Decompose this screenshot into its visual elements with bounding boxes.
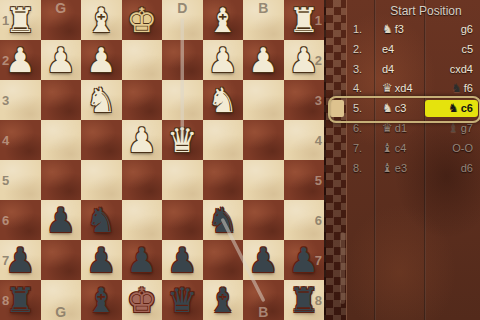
square-c1[interactable]: ♝ [203, 0, 244, 40]
square-b8[interactable]: B [243, 280, 284, 320]
move-number: 3. [346, 63, 374, 75]
square-c3[interactable]: ♞ [203, 80, 244, 120]
square-a6[interactable]: 6 [284, 200, 325, 240]
square-a7[interactable]: 7♟ [284, 240, 325, 280]
move-list-header[interactable]: Start Position [374, 4, 478, 18]
black-knight-c6[interactable]: ♞ [203, 200, 244, 240]
black-move-2[interactable]: c5 [424, 43, 480, 55]
square-e4[interactable]: ♟ [122, 120, 163, 160]
white-knight-f3[interactable]: ♞ [81, 80, 122, 120]
move-number: 4. [346, 82, 374, 94]
square-d2[interactable] [162, 40, 203, 80]
black-pawn-b7[interactable]: ♟ [243, 240, 284, 280]
white-bishop-icon: ♝ [382, 142, 393, 154]
black-move-8[interactable]: d6 [424, 162, 480, 174]
rank-coordinate-label: 3 [315, 80, 322, 120]
square-e6[interactable] [122, 200, 163, 240]
move-text: c6 [461, 102, 473, 114]
chess-board: 1♜G♝♚D♝B1♜2♟♟♟♟♟2♟3♞♞34♟♛4556♟♞♞67♟♟♟♟♟7… [0, 0, 324, 320]
move-number: 1. [346, 23, 374, 35]
square-c4[interactable] [203, 120, 244, 160]
white-move-5[interactable]: ♞c3 [374, 102, 424, 114]
move-text: e4 [382, 43, 394, 55]
file-coordinate-label: D [162, 0, 203, 16]
square-g4[interactable] [41, 120, 82, 160]
black-pawn-d7[interactable]: ♟ [162, 240, 203, 280]
move-text: c4 [395, 142, 407, 154]
rank-coordinate-label: 6 [2, 200, 9, 240]
square-c2[interactable]: ♟ [203, 40, 244, 80]
move-number: 5. [346, 102, 374, 114]
move-text: c5 [461, 43, 473, 55]
move-text: g6 [461, 23, 473, 35]
move-row-1: 1.♞f3g6 [346, 19, 480, 39]
square-b2[interactable]: ♟ [243, 40, 284, 80]
square-h4[interactable]: 4 [0, 120, 41, 160]
black-queen-d8[interactable]: ♛ [162, 280, 203, 320]
square-h6[interactable]: 6 [0, 200, 41, 240]
square-a4[interactable]: 4 [284, 120, 325, 160]
square-c8[interactable]: ♝ [203, 280, 244, 320]
white-move-8[interactable]: ♝e3 [374, 162, 424, 174]
square-b1[interactable]: B [243, 0, 284, 40]
square-e8[interactable]: ♚ [122, 280, 163, 320]
black-bishop-f8[interactable]: ♝ [81, 280, 122, 320]
rank-coordinate-label: 4 [2, 120, 9, 160]
square-e1[interactable]: ♚ [122, 0, 163, 40]
progress-strip-current-cell [330, 100, 344, 117]
rank-coordinate-label: 5 [315, 160, 322, 200]
move-text: d6 [461, 162, 473, 174]
white-pawn-b2[interactable]: ♟ [243, 40, 284, 80]
square-c5[interactable] [203, 160, 244, 200]
square-h8[interactable]: 8♜ [0, 280, 41, 320]
white-rook-h1[interactable]: ♜ [0, 0, 41, 40]
black-move-5[interactable]: ♞c6 [425, 100, 478, 117]
square-b6[interactable] [243, 200, 284, 240]
move-row-6: 6.♛d1♝g7 [346, 118, 480, 138]
square-a8[interactable]: 8♜ [284, 280, 325, 320]
square-d6[interactable] [162, 200, 203, 240]
file-coordinate-label: G [41, 304, 82, 320]
move-row-3: 3.d4cxd4 [346, 59, 480, 79]
move-text: f3 [395, 23, 404, 35]
rank-coordinate-label: 4 [315, 120, 322, 160]
black-knight-f6[interactable]: ♞ [81, 200, 122, 240]
square-h3[interactable]: 3 [0, 80, 41, 120]
square-f7[interactable]: ♟ [81, 240, 122, 280]
move-number: 6. [346, 122, 374, 134]
square-e2[interactable] [122, 40, 163, 80]
white-knight-c3[interactable]: ♞ [203, 80, 244, 120]
move-text: g7 [461, 122, 473, 134]
move-list-panel: Start Position 1.♞f3g62.e4c53.d4cxd44.♛x… [346, 0, 480, 320]
move-text: xd4 [395, 82, 413, 94]
white-move-3[interactable]: d4 [374, 63, 424, 75]
square-g5[interactable] [41, 160, 82, 200]
square-e5[interactable] [122, 160, 163, 200]
move-text: e3 [395, 162, 407, 174]
file-coordinate-label: B [243, 304, 284, 320]
square-g1[interactable]: G [41, 0, 82, 40]
black-bishop-c8[interactable]: ♝ [203, 280, 244, 320]
square-d4[interactable]: ♛ [162, 120, 203, 160]
move-row-4: 4.♛xd4♞f6 [346, 78, 480, 98]
rank-coordinate-label: 5 [2, 160, 9, 200]
square-f6[interactable]: ♞ [81, 200, 122, 240]
white-move-7[interactable]: ♝c4 [374, 142, 424, 154]
black-pawn-a7[interactable]: ♟ [284, 240, 325, 280]
black-pawn-h7[interactable]: ♟ [0, 240, 41, 280]
chess-app: 1♜G♝♚D♝B1♜2♟♟♟♟♟2♟3♞♞34♟♛4556♟♞♞67♟♟♟♟♟7… [0, 0, 480, 320]
square-a2[interactable]: 2♟ [284, 40, 325, 80]
square-e3[interactable] [122, 80, 163, 120]
square-h5[interactable]: 5 [0, 160, 41, 200]
movelist-scrollbar-thumb[interactable] [340, 232, 345, 304]
square-f5[interactable] [81, 160, 122, 200]
move-text: c3 [395, 102, 407, 114]
square-d8[interactable]: ♛ [162, 280, 203, 320]
square-f1[interactable]: ♝ [81, 0, 122, 40]
white-queen-icon: ♛ [382, 122, 393, 134]
square-f4[interactable] [81, 120, 122, 160]
square-b3[interactable] [243, 80, 284, 120]
square-d1[interactable]: D [162, 0, 203, 40]
white-king-e1[interactable]: ♚ [122, 0, 163, 40]
move-row-2: 2.e4c5 [346, 39, 480, 59]
move-number: 2. [346, 43, 374, 55]
square-f8[interactable]: ♝ [81, 280, 122, 320]
square-f3[interactable]: ♞ [81, 80, 122, 120]
white-pawn-g2[interactable]: ♟ [41, 40, 82, 80]
square-h2[interactable]: 2♟ [0, 40, 41, 80]
square-g8[interactable]: G [41, 280, 82, 320]
square-a3[interactable]: 3 [284, 80, 325, 120]
move-text: cxd4 [450, 63, 473, 75]
square-c7[interactable] [203, 240, 244, 280]
square-f2[interactable]: ♟ [81, 40, 122, 80]
square-c6[interactable]: ♞ [203, 200, 244, 240]
black-pawn-e7[interactable]: ♟ [122, 240, 163, 280]
white-pawn-f2[interactable]: ♟ [81, 40, 122, 80]
white-pawn-e4[interactable]: ♟ [122, 120, 163, 160]
black-rook-h8[interactable]: ♜ [0, 280, 41, 320]
square-b5[interactable] [243, 160, 284, 200]
move-text: d4 [382, 63, 394, 75]
white-pawn-c2[interactable]: ♟ [203, 40, 244, 80]
black-knight-icon: ♞ [448, 102, 459, 114]
move-number: 8. [346, 162, 374, 174]
rank-coordinate-label: 3 [2, 80, 9, 120]
white-knight-icon: ♞ [382, 102, 393, 114]
move-number: 7. [346, 142, 374, 154]
white-bishop-c1[interactable]: ♝ [203, 0, 244, 40]
white-queen-d4[interactable]: ♛ [162, 120, 203, 160]
black-move-4[interactable]: ♞f6 [424, 82, 480, 94]
black-move-7[interactable]: O-O [424, 142, 480, 154]
square-g6[interactable]: ♟ [41, 200, 82, 240]
move-row-8: 8.♝e3d6 [346, 158, 480, 178]
file-coordinate-label: B [243, 0, 284, 16]
white-pawn-a2[interactable]: ♟ [284, 40, 325, 80]
black-bishop-icon: ♝ [448, 122, 459, 134]
square-b7[interactable]: ♟ [243, 240, 284, 280]
white-pawn-h2[interactable]: ♟ [0, 40, 41, 80]
black-move-3[interactable]: cxd4 [424, 63, 480, 75]
black-knight-icon: ♞ [451, 82, 462, 94]
file-coordinate-label: G [41, 0, 82, 16]
square-d7[interactable]: ♟ [162, 240, 203, 280]
move-row-7: 7.♝c4O-O [346, 138, 480, 158]
move-text: O-O [452, 142, 473, 154]
square-b4[interactable] [243, 120, 284, 160]
square-h1[interactable]: 1♜ [0, 0, 41, 40]
white-move-2[interactable]: e4 [374, 43, 424, 55]
white-queen-icon: ♛ [382, 82, 393, 94]
square-g3[interactable] [41, 80, 82, 120]
move-text: d1 [395, 122, 407, 134]
rank-coordinate-label: 6 [315, 200, 322, 240]
move-row-5: 5.♞c3♞c6 [346, 98, 480, 118]
move-text: f6 [464, 82, 473, 94]
white-rook-a1[interactable]: ♜ [284, 0, 325, 40]
square-d5[interactable] [162, 160, 203, 200]
white-bishop-icon: ♝ [382, 162, 393, 174]
black-king-e8[interactable]: ♚ [122, 280, 163, 320]
square-e7[interactable]: ♟ [122, 240, 163, 280]
square-h7[interactable]: 7♟ [0, 240, 41, 280]
white-knight-icon: ♞ [382, 23, 393, 35]
square-g2[interactable]: ♟ [41, 40, 82, 80]
black-rook-a8[interactable]: ♜ [284, 280, 325, 320]
square-g7[interactable] [41, 240, 82, 280]
white-move-6[interactable]: ♛d1 [374, 122, 424, 134]
black-pawn-g6[interactable]: ♟ [41, 200, 82, 240]
black-move-6[interactable]: ♝g7 [424, 122, 480, 134]
white-move-4[interactable]: ♛xd4 [374, 82, 424, 94]
square-a5[interactable]: 5 [284, 160, 325, 200]
black-move-1[interactable]: g6 [424, 23, 480, 35]
white-bishop-f1[interactable]: ♝ [81, 0, 122, 40]
square-d3[interactable] [162, 80, 203, 120]
black-pawn-f7[interactable]: ♟ [81, 240, 122, 280]
white-move-1[interactable]: ♞f3 [374, 23, 424, 35]
square-a1[interactable]: 1♜ [284, 0, 325, 40]
